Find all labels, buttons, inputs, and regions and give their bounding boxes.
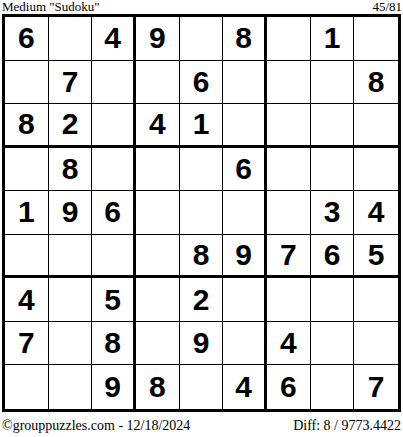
cell-r1c8-given: 1 [311, 17, 355, 61]
cell-r1c2-empty[interactable] [49, 17, 93, 61]
cell-r3c1-given: 8 [5, 104, 49, 148]
cell-r1c3-given: 4 [92, 17, 136, 61]
cell-r6c3-empty[interactable] [92, 235, 136, 279]
sudoku-board: 649817688241861963489765452789498467 [2, 14, 401, 412]
cell-r7c7-empty[interactable] [267, 278, 311, 322]
cell-r3c8-empty[interactable] [311, 104, 355, 148]
footer-copyright: ©grouppuzzles.com - 12/18/2024 [2, 418, 190, 434]
header: Medium "Sudoku" 45/81 [0, 0, 403, 14]
cell-r3c7-empty[interactable] [267, 104, 311, 148]
cell-r3c5-given: 1 [180, 104, 224, 148]
cell-r5c7-empty[interactable] [267, 191, 311, 235]
cell-r8c7-given: 4 [267, 322, 311, 366]
cell-r9c2-empty[interactable] [49, 365, 93, 409]
cell-r4c3-empty[interactable] [92, 148, 136, 192]
cell-r1c9-empty[interactable] [354, 17, 398, 61]
cell-r3c3-empty[interactable] [92, 104, 136, 148]
cell-r6c9-given: 5 [354, 235, 398, 279]
page-title: Medium "Sudoku" [2, 0, 100, 13]
cell-r9c1-empty[interactable] [5, 365, 49, 409]
cell-r4c2-given: 8 [49, 148, 93, 192]
cell-r2c8-empty[interactable] [311, 61, 355, 105]
cell-r9c6-given: 4 [223, 365, 267, 409]
cell-r4c7-empty[interactable] [267, 148, 311, 192]
cell-r2c5-given: 6 [180, 61, 224, 105]
empty-cell-counter: 45/81 [372, 0, 402, 13]
cell-r8c4-empty[interactable] [136, 322, 180, 366]
cell-r6c5-given: 8 [180, 235, 224, 279]
footer-difficulty: Diff: 8 / 9773.4422 [293, 418, 401, 434]
cell-r4c8-empty[interactable] [311, 148, 355, 192]
cell-r9c5-empty[interactable] [180, 365, 224, 409]
cell-r6c8-given: 6 [311, 235, 355, 279]
cell-r5c1-given: 1 [5, 191, 49, 235]
cell-r9c7-given: 6 [267, 365, 311, 409]
cell-r2c7-empty[interactable] [267, 61, 311, 105]
cell-r2c4-empty[interactable] [136, 61, 180, 105]
cell-r7c5-given: 2 [180, 278, 224, 322]
cell-r4c9-empty[interactable] [354, 148, 398, 192]
cell-r7c9-empty[interactable] [354, 278, 398, 322]
cell-r7c3-given: 5 [92, 278, 136, 322]
cell-r7c1-given: 4 [5, 278, 49, 322]
cell-r8c5-given: 9 [180, 322, 224, 366]
cell-r3c2-given: 2 [49, 104, 93, 148]
cell-r8c1-given: 7 [5, 322, 49, 366]
cell-r3c6-empty[interactable] [223, 104, 267, 148]
cell-r7c2-empty[interactable] [49, 278, 93, 322]
cell-r2c1-empty[interactable] [5, 61, 49, 105]
cell-r3c9-empty[interactable] [354, 104, 398, 148]
cell-r9c8-empty[interactable] [311, 365, 355, 409]
cell-r7c4-empty[interactable] [136, 278, 180, 322]
cell-r4c1-empty[interactable] [5, 148, 49, 192]
cell-r2c6-empty[interactable] [223, 61, 267, 105]
cell-r5c4-empty[interactable] [136, 191, 180, 235]
cell-r1c1-given: 6 [5, 17, 49, 61]
cell-r8c2-empty[interactable] [49, 322, 93, 366]
cell-r5c6-empty[interactable] [223, 191, 267, 235]
cell-r2c2-given: 7 [49, 61, 93, 105]
cell-r9c3-given: 9 [92, 365, 136, 409]
cell-r6c7-given: 7 [267, 235, 311, 279]
cell-r1c4-given: 9 [136, 17, 180, 61]
cell-r8c3-given: 8 [92, 322, 136, 366]
cell-r1c7-empty[interactable] [267, 17, 311, 61]
cell-r4c4-empty[interactable] [136, 148, 180, 192]
cell-r1c5-empty[interactable] [180, 17, 224, 61]
cell-r1c6-given: 8 [223, 17, 267, 61]
cell-r4c6-given: 6 [223, 148, 267, 192]
cell-r9c4-given: 8 [136, 365, 180, 409]
cell-r7c6-empty[interactable] [223, 278, 267, 322]
cell-r5c2-given: 9 [49, 191, 93, 235]
cell-r8c9-empty[interactable] [354, 322, 398, 366]
sudoku-page: Medium "Sudoku" 45/81 649817688241861963… [0, 0, 403, 437]
cell-r4c5-empty[interactable] [180, 148, 224, 192]
cell-r7c8-empty[interactable] [311, 278, 355, 322]
cell-r2c9-given: 8 [354, 61, 398, 105]
cell-r6c4-empty[interactable] [136, 235, 180, 279]
cell-r5c8-given: 3 [311, 191, 355, 235]
cell-r3c4-given: 4 [136, 104, 180, 148]
footer: ©grouppuzzles.com - 12/18/2024 Diff: 8 /… [0, 412, 403, 437]
cell-r8c8-empty[interactable] [311, 322, 355, 366]
cell-r6c1-empty[interactable] [5, 235, 49, 279]
cell-r9c9-given: 7 [354, 365, 398, 409]
cell-r5c3-given: 6 [92, 191, 136, 235]
cell-r5c9-given: 4 [354, 191, 398, 235]
cell-r6c6-given: 9 [223, 235, 267, 279]
cell-r8c6-empty[interactable] [223, 322, 267, 366]
cell-r6c2-empty[interactable] [49, 235, 93, 279]
cell-r5c5-empty[interactable] [180, 191, 224, 235]
cell-r2c3-empty[interactable] [92, 61, 136, 105]
